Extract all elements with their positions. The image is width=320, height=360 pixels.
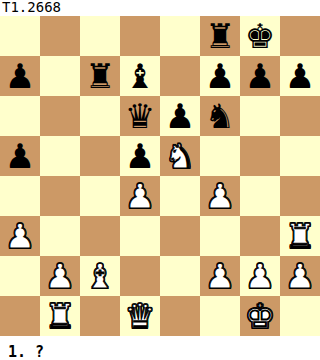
white-queen: ♛ (125, 296, 155, 336)
square-c6[interactable] (80, 96, 120, 136)
square-g2[interactable]: ♟ (240, 256, 280, 296)
square-f2[interactable]: ♟ (200, 256, 240, 296)
square-f6[interactable]: ♞ (200, 96, 240, 136)
square-e8[interactable] (160, 16, 200, 56)
black-pawn: ♟ (5, 56, 35, 96)
square-g6[interactable] (240, 96, 280, 136)
square-d6[interactable]: ♛ (120, 96, 160, 136)
square-f5[interactable] (200, 136, 240, 176)
page: T1.2668 ♜♚♟♜♝♟♟♟♛♟♞♟♟♞♟♟♟♜♟♝♟♟♟♜♛♚ 1. ? (0, 0, 320, 360)
square-d7[interactable]: ♝ (120, 56, 160, 96)
white-rook: ♜ (285, 216, 315, 256)
square-g3[interactable] (240, 216, 280, 256)
black-rook: ♜ (85, 56, 115, 96)
square-d1[interactable]: ♛ (120, 296, 160, 336)
square-d2[interactable] (120, 256, 160, 296)
square-h4[interactable] (280, 176, 320, 216)
square-h6[interactable] (280, 96, 320, 136)
square-e1[interactable] (160, 296, 200, 336)
square-g1[interactable]: ♚ (240, 296, 280, 336)
square-a1[interactable] (0, 296, 40, 336)
square-h1[interactable] (280, 296, 320, 336)
black-pawn: ♟ (5, 136, 35, 176)
square-d3[interactable] (120, 216, 160, 256)
white-bishop: ♝ (85, 256, 115, 296)
black-queen: ♛ (125, 96, 155, 136)
white-pawn: ♟ (245, 256, 275, 296)
square-a7[interactable]: ♟ (0, 56, 40, 96)
black-pawn: ♟ (285, 56, 315, 96)
square-g7[interactable]: ♟ (240, 56, 280, 96)
square-b3[interactable] (40, 216, 80, 256)
square-e6[interactable]: ♟ (160, 96, 200, 136)
black-rook: ♜ (205, 16, 235, 56)
square-c3[interactable] (80, 216, 120, 256)
square-b4[interactable] (40, 176, 80, 216)
square-c7[interactable]: ♜ (80, 56, 120, 96)
square-f1[interactable] (200, 296, 240, 336)
black-knight: ♞ (205, 96, 235, 136)
square-a4[interactable] (0, 176, 40, 216)
square-h7[interactable]: ♟ (280, 56, 320, 96)
square-f7[interactable]: ♟ (200, 56, 240, 96)
square-c1[interactable] (80, 296, 120, 336)
white-king: ♚ (245, 296, 275, 336)
black-pawn: ♟ (165, 96, 195, 136)
black-pawn: ♟ (125, 136, 155, 176)
square-a6[interactable] (0, 96, 40, 136)
square-c4[interactable] (80, 176, 120, 216)
square-a8[interactable] (0, 16, 40, 56)
black-pawn: ♟ (205, 56, 235, 96)
square-d4[interactable]: ♟ (120, 176, 160, 216)
square-a5[interactable]: ♟ (0, 136, 40, 176)
square-h8[interactable] (280, 16, 320, 56)
square-c5[interactable] (80, 136, 120, 176)
white-pawn: ♟ (125, 176, 155, 216)
black-bishop: ♝ (125, 56, 155, 96)
chess-board: ♜♚♟♜♝♟♟♟♛♟♞♟♟♞♟♟♟♜♟♝♟♟♟♜♛♚ (0, 16, 320, 336)
black-pawn: ♟ (245, 56, 275, 96)
square-b7[interactable] (40, 56, 80, 96)
square-b1[interactable]: ♜ (40, 296, 80, 336)
square-a3[interactable]: ♟ (0, 216, 40, 256)
square-d8[interactable] (120, 16, 160, 56)
square-h3[interactable]: ♜ (280, 216, 320, 256)
white-rook: ♜ (45, 296, 75, 336)
square-b6[interactable] (40, 96, 80, 136)
square-f4[interactable]: ♟ (200, 176, 240, 216)
square-b5[interactable] (40, 136, 80, 176)
square-b8[interactable] (40, 16, 80, 56)
white-pawn: ♟ (285, 256, 315, 296)
white-pawn: ♟ (5, 216, 35, 256)
square-c8[interactable] (80, 16, 120, 56)
square-e2[interactable] (160, 256, 200, 296)
square-a2[interactable] (0, 256, 40, 296)
square-f8[interactable]: ♜ (200, 16, 240, 56)
white-pawn: ♟ (205, 176, 235, 216)
square-g4[interactable] (240, 176, 280, 216)
square-e7[interactable] (160, 56, 200, 96)
square-e3[interactable] (160, 216, 200, 256)
white-pawn: ♟ (45, 256, 75, 296)
square-g8[interactable]: ♚ (240, 16, 280, 56)
square-f3[interactable] (200, 216, 240, 256)
square-b2[interactable]: ♟ (40, 256, 80, 296)
square-c2[interactable]: ♝ (80, 256, 120, 296)
square-e4[interactable] (160, 176, 200, 216)
square-e5[interactable]: ♞ (160, 136, 200, 176)
square-h2[interactable]: ♟ (280, 256, 320, 296)
square-d5[interactable]: ♟ (120, 136, 160, 176)
move-prompt: 1. ? (0, 336, 320, 360)
white-knight: ♞ (165, 136, 195, 176)
white-pawn: ♟ (205, 256, 235, 296)
black-king: ♚ (245, 16, 275, 56)
square-g5[interactable] (240, 136, 280, 176)
square-h5[interactable] (280, 136, 320, 176)
puzzle-id: T1.2668 (0, 0, 320, 16)
